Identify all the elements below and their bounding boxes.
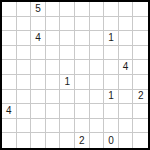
empty-cell-r0c3[interactable] xyxy=(46,2,61,17)
empty-cell-r5c8[interactable] xyxy=(119,75,134,90)
empty-cell-r2c8[interactable] xyxy=(119,31,134,46)
empty-cell-r1c5[interactable] xyxy=(75,17,90,32)
clue-cell-r7c0: 4 xyxy=(2,104,17,119)
empty-cell-r5c7[interactable] xyxy=(104,75,119,90)
empty-cell-r3c3[interactable] xyxy=(46,46,61,61)
empty-cell-r1c7[interactable] xyxy=(104,17,119,32)
empty-cell-r6c1[interactable] xyxy=(17,90,32,105)
empty-cell-r9c6[interactable] xyxy=(90,133,105,148)
empty-cell-r2c0[interactable] xyxy=(2,31,17,46)
empty-cell-r8c4[interactable] xyxy=(60,119,75,134)
clue-cell-r2c7: 1 xyxy=(104,31,119,46)
empty-cell-r3c9[interactable] xyxy=(133,46,148,61)
empty-cell-r9c3[interactable] xyxy=(46,133,61,148)
empty-cell-r8c0[interactable] xyxy=(2,119,17,134)
empty-cell-r2c3[interactable] xyxy=(46,31,61,46)
clue-cell-r2c2: 4 xyxy=(31,31,46,46)
clue-cell-r9c7: 0 xyxy=(104,133,119,148)
empty-cell-r5c0[interactable] xyxy=(2,75,17,90)
empty-cell-r7c5[interactable] xyxy=(75,104,90,119)
empty-cell-r0c0[interactable] xyxy=(2,2,17,17)
empty-cell-r8c7[interactable] xyxy=(104,119,119,134)
clue-cell-r9c5: 2 xyxy=(75,133,90,148)
empty-cell-r5c2[interactable] xyxy=(31,75,46,90)
empty-cell-r7c2[interactable] xyxy=(31,104,46,119)
empty-cell-r7c7[interactable] xyxy=(104,104,119,119)
clue-cell-r4c8: 4 xyxy=(119,60,134,75)
empty-cell-r9c8[interactable] xyxy=(119,133,134,148)
empty-cell-r4c0[interactable] xyxy=(2,60,17,75)
empty-cell-r8c1[interactable] xyxy=(17,119,32,134)
empty-cell-r9c2[interactable] xyxy=(31,133,46,148)
empty-cell-r7c1[interactable] xyxy=(17,104,32,119)
empty-cell-r1c3[interactable] xyxy=(46,17,61,32)
clue-cell-r6c9: 2 xyxy=(133,90,148,105)
empty-cell-r8c3[interactable] xyxy=(46,119,61,134)
empty-cell-r8c9[interactable] xyxy=(133,119,148,134)
empty-cell-r6c0[interactable] xyxy=(2,90,17,105)
empty-cell-r2c5[interactable] xyxy=(75,31,90,46)
empty-cell-r7c3[interactable] xyxy=(46,104,61,119)
empty-cell-r8c5[interactable] xyxy=(75,119,90,134)
empty-cell-r6c2[interactable] xyxy=(31,90,46,105)
empty-cell-r4c3[interactable] xyxy=(46,60,61,75)
empty-cell-r7c8[interactable] xyxy=(119,104,134,119)
empty-cell-r8c8[interactable] xyxy=(119,119,134,134)
empty-cell-r8c6[interactable] xyxy=(90,119,105,134)
empty-cell-r7c6[interactable] xyxy=(90,104,105,119)
empty-cell-r4c9[interactable] xyxy=(133,60,148,75)
empty-cell-r0c1[interactable] xyxy=(17,2,32,17)
empty-cell-r2c4[interactable] xyxy=(60,31,75,46)
empty-cell-r6c6[interactable] xyxy=(90,90,105,105)
empty-cell-r3c2[interactable] xyxy=(31,46,46,61)
empty-cell-r1c6[interactable] xyxy=(90,17,105,32)
empty-cell-r9c9[interactable] xyxy=(133,133,148,148)
empty-cell-r3c5[interactable] xyxy=(75,46,90,61)
empty-cell-r6c8[interactable] xyxy=(119,90,134,105)
empty-cell-r0c9[interactable] xyxy=(133,2,148,17)
empty-cell-r0c5[interactable] xyxy=(75,2,90,17)
empty-cell-r3c0[interactable] xyxy=(2,46,17,61)
empty-cell-r7c9[interactable] xyxy=(133,104,148,119)
empty-cell-r3c4[interactable] xyxy=(60,46,75,61)
empty-cell-r9c0[interactable] xyxy=(2,133,17,148)
empty-cell-r8c2[interactable] xyxy=(31,119,46,134)
empty-cell-r6c3[interactable] xyxy=(46,90,61,105)
empty-cell-r9c1[interactable] xyxy=(17,133,32,148)
empty-cell-r1c4[interactable] xyxy=(60,17,75,32)
clue-cell-r0c2: 5 xyxy=(31,2,46,17)
empty-cell-r0c7[interactable] xyxy=(104,2,119,17)
empty-cell-r1c9[interactable] xyxy=(133,17,148,32)
empty-cell-r3c8[interactable] xyxy=(119,46,134,61)
empty-cell-r0c4[interactable] xyxy=(60,2,75,17)
empty-cell-r6c5[interactable] xyxy=(75,90,90,105)
empty-cell-r5c6[interactable] xyxy=(90,75,105,90)
empty-cell-r4c7[interactable] xyxy=(104,60,119,75)
empty-cell-r9c4[interactable] xyxy=(60,133,75,148)
empty-cell-r5c5[interactable] xyxy=(75,75,90,90)
empty-cell-r0c8[interactable] xyxy=(119,2,134,17)
empty-cell-r0c6[interactable] xyxy=(90,2,105,17)
empty-cell-r2c1[interactable] xyxy=(17,31,32,46)
empty-cell-r3c7[interactable] xyxy=(104,46,119,61)
empty-cell-r4c4[interactable] xyxy=(60,60,75,75)
empty-cell-r4c1[interactable] xyxy=(17,60,32,75)
empty-cell-r3c6[interactable] xyxy=(90,46,105,61)
clue-cell-r6c7: 1 xyxy=(104,90,119,105)
puzzle-board: 5414112420 xyxy=(0,0,150,150)
empty-cell-r6c4[interactable] xyxy=(60,90,75,105)
clue-cell-r5c4: 1 xyxy=(60,75,75,90)
empty-cell-r1c1[interactable] xyxy=(17,17,32,32)
empty-cell-r2c9[interactable] xyxy=(133,31,148,46)
empty-cell-r5c3[interactable] xyxy=(46,75,61,90)
empty-cell-r5c1[interactable] xyxy=(17,75,32,90)
empty-cell-r4c5[interactable] xyxy=(75,60,90,75)
empty-cell-r3c1[interactable] xyxy=(17,46,32,61)
empty-cell-r1c8[interactable] xyxy=(119,17,134,32)
empty-cell-r4c6[interactable] xyxy=(90,60,105,75)
empty-cell-r1c0[interactable] xyxy=(2,17,17,32)
empty-cell-r1c2[interactable] xyxy=(31,17,46,32)
empty-cell-r2c6[interactable] xyxy=(90,31,105,46)
empty-cell-r7c4[interactable] xyxy=(60,104,75,119)
empty-cell-r4c2[interactable] xyxy=(31,60,46,75)
empty-cell-r5c9[interactable] xyxy=(133,75,148,90)
